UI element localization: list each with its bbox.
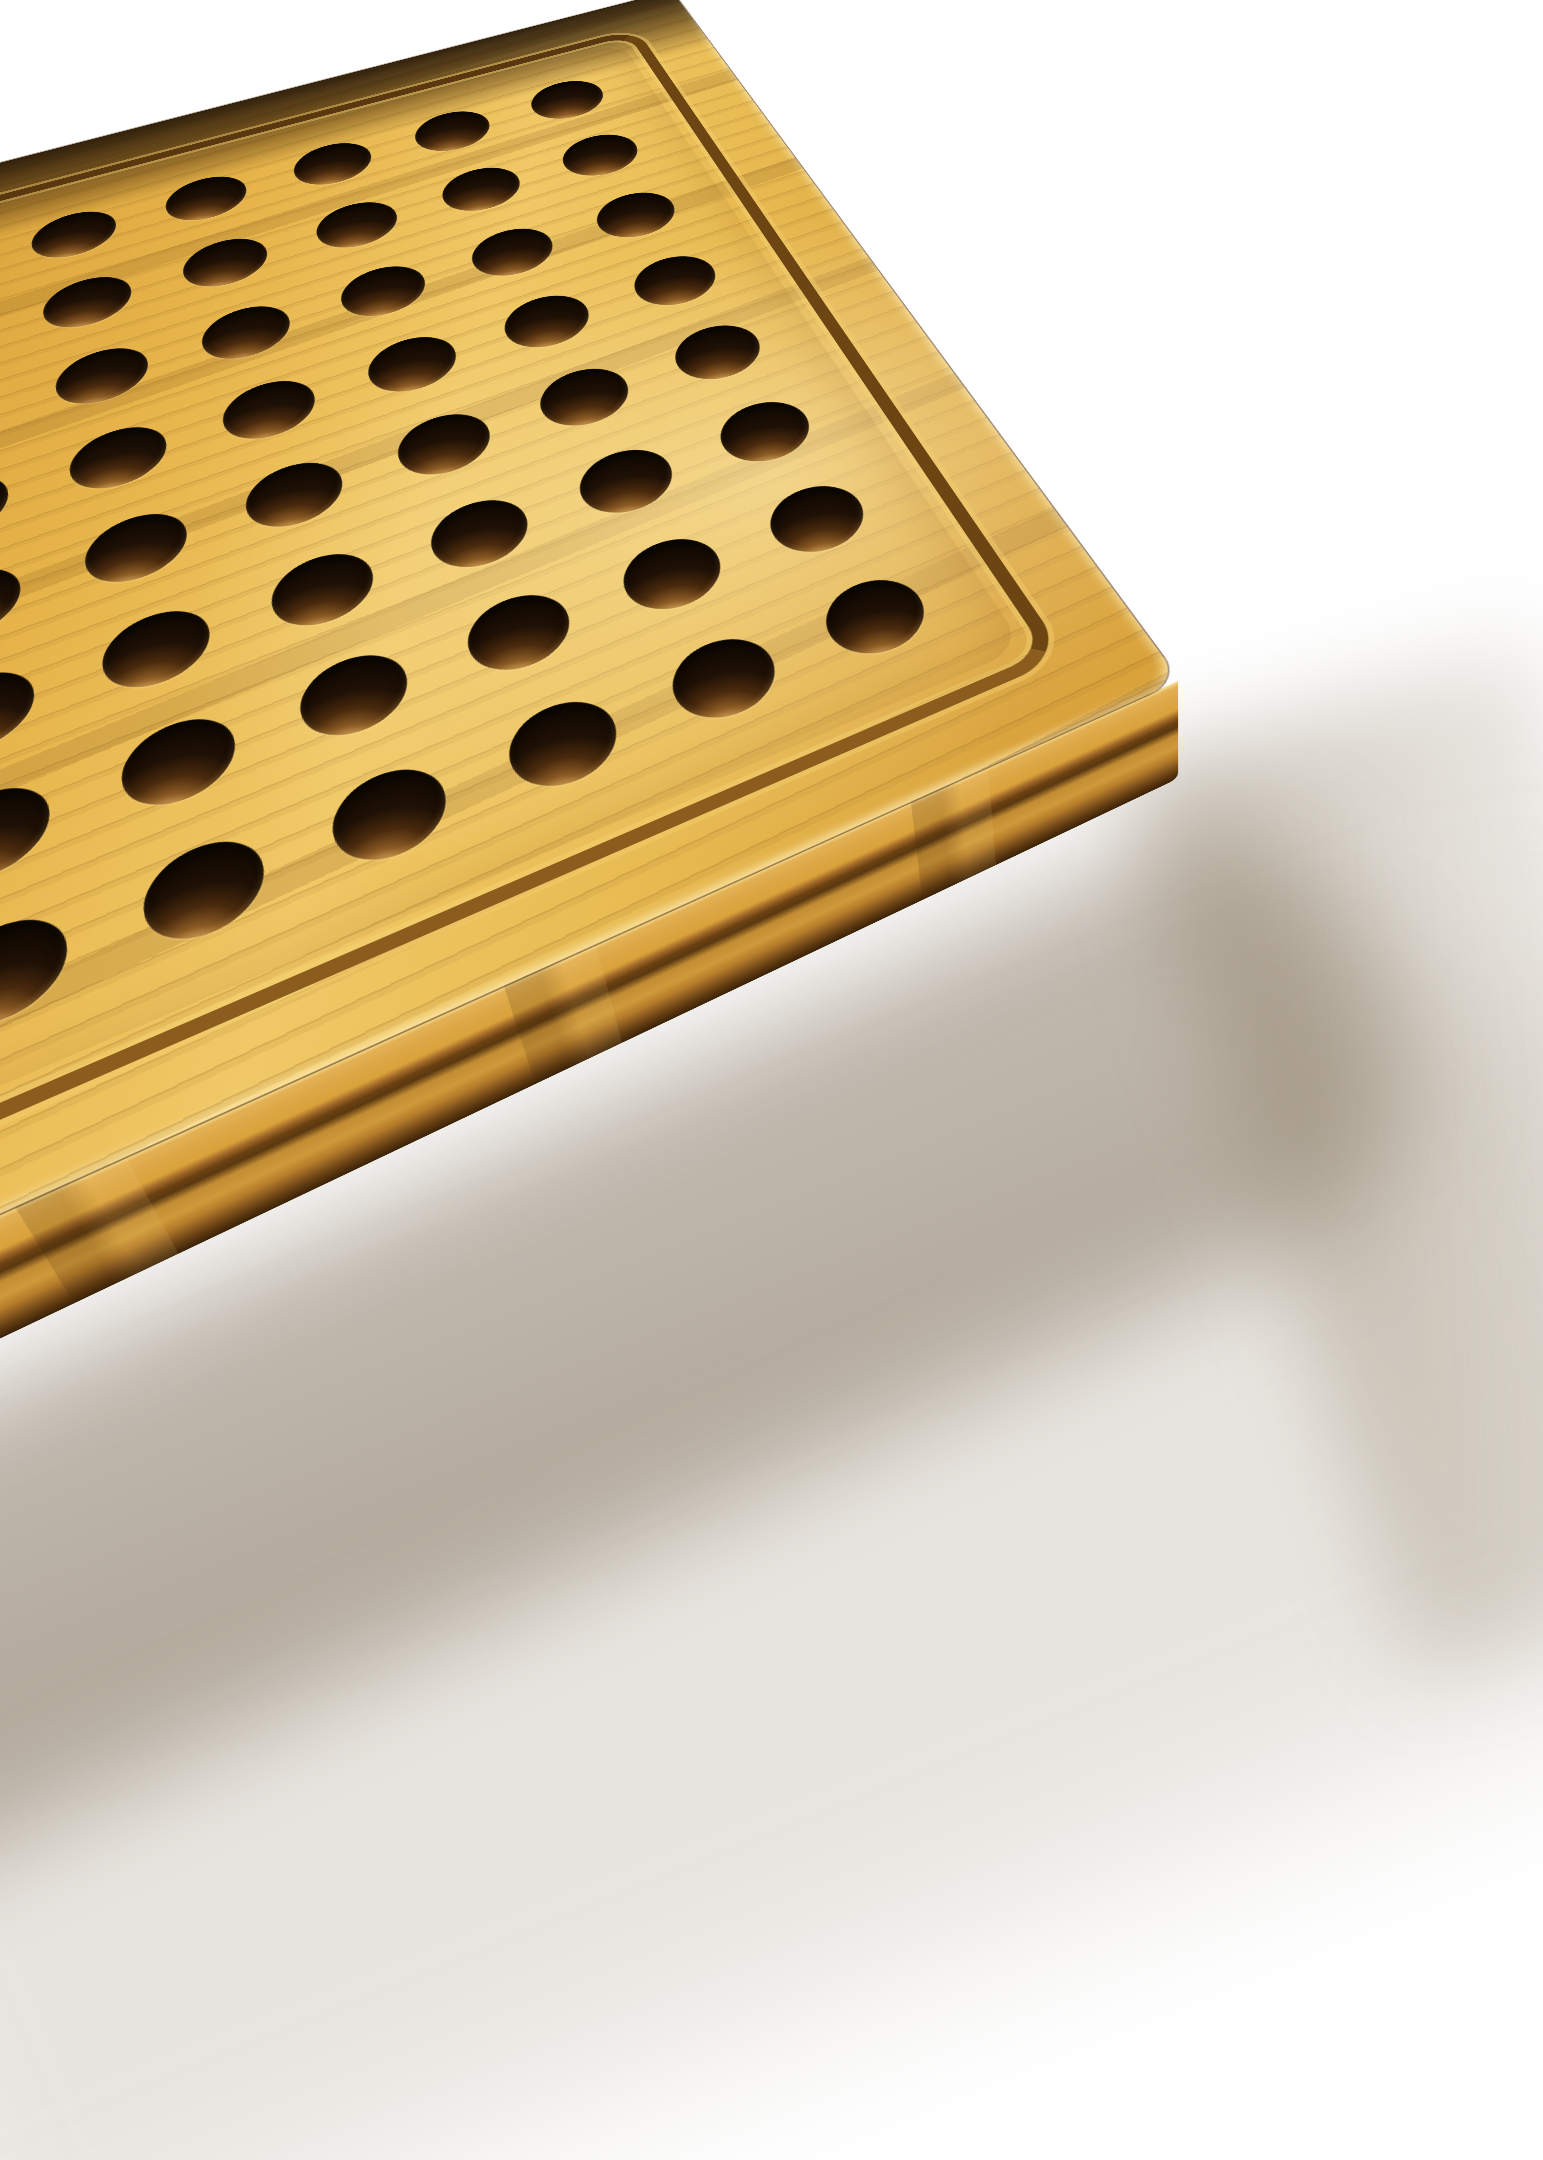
peg-hole-empty (457, 583, 580, 685)
peg-hole-empty (531, 359, 639, 436)
peg-hole-empty (435, 160, 528, 219)
peg-hole-empty (0, 658, 39, 769)
peg-hole-empty (80, 503, 192, 596)
peg-hole-empty (0, 902, 73, 1045)
peg-hole-empty (497, 688, 628, 802)
perspective-wrapper (0, 0, 1543, 2160)
board-cell (96, 787, 316, 1002)
peg-hole-empty (65, 417, 171, 500)
peg-hole-empty (310, 194, 404, 256)
peg-hole-empty (264, 542, 382, 639)
product-photo-scene (0, 0, 1543, 2160)
peg-hole-empty (757, 475, 877, 565)
peg-hole-empty (197, 297, 297, 368)
peg-hole-empty (422, 489, 538, 580)
board-cell (0, 736, 96, 940)
peg-hole-empty (360, 328, 464, 402)
peg-hole-empty (408, 105, 497, 159)
peg-hole-empty (612, 527, 734, 622)
board-cell (457, 654, 671, 840)
peg-hole-empty (40, 268, 136, 336)
peg-hole-empty (292, 642, 417, 751)
peg-hole-empty (660, 625, 790, 732)
peg-hole-empty (708, 392, 821, 473)
peg-hole-empty (389, 404, 499, 486)
peg-hole-empty (588, 185, 685, 246)
peg-hole-empty (178, 230, 273, 295)
peg-hole-empty (137, 825, 272, 957)
peg-hole-empty (97, 598, 216, 701)
peg-hole-empty (569, 439, 684, 525)
peg-hole-empty (496, 287, 599, 357)
peg-hole-empty (0, 772, 55, 897)
peg-hole-empty (523, 75, 611, 126)
peg-hole-empty (28, 204, 120, 266)
wooden-peg-board (0, 0, 1180, 1617)
peg-hole-empty (812, 567, 940, 667)
peg-hole-empty (161, 169, 252, 228)
peg-hole-empty (240, 452, 351, 539)
peg-hole-empty (217, 371, 322, 450)
peg-hole-empty (288, 136, 378, 193)
peg-hole-empty (116, 705, 243, 821)
board-cell (77, 671, 283, 861)
peg-hole-empty (324, 754, 457, 877)
board-cell (283, 718, 500, 918)
board-cell (0, 861, 117, 1093)
peg-hole-empty (624, 248, 726, 315)
peg-hole-empty (464, 221, 562, 285)
peg-hole-empty (554, 127, 646, 183)
peg-hole-empty (52, 339, 153, 414)
peg-hole-empty (664, 316, 771, 389)
peg-hole-empty (334, 258, 433, 325)
